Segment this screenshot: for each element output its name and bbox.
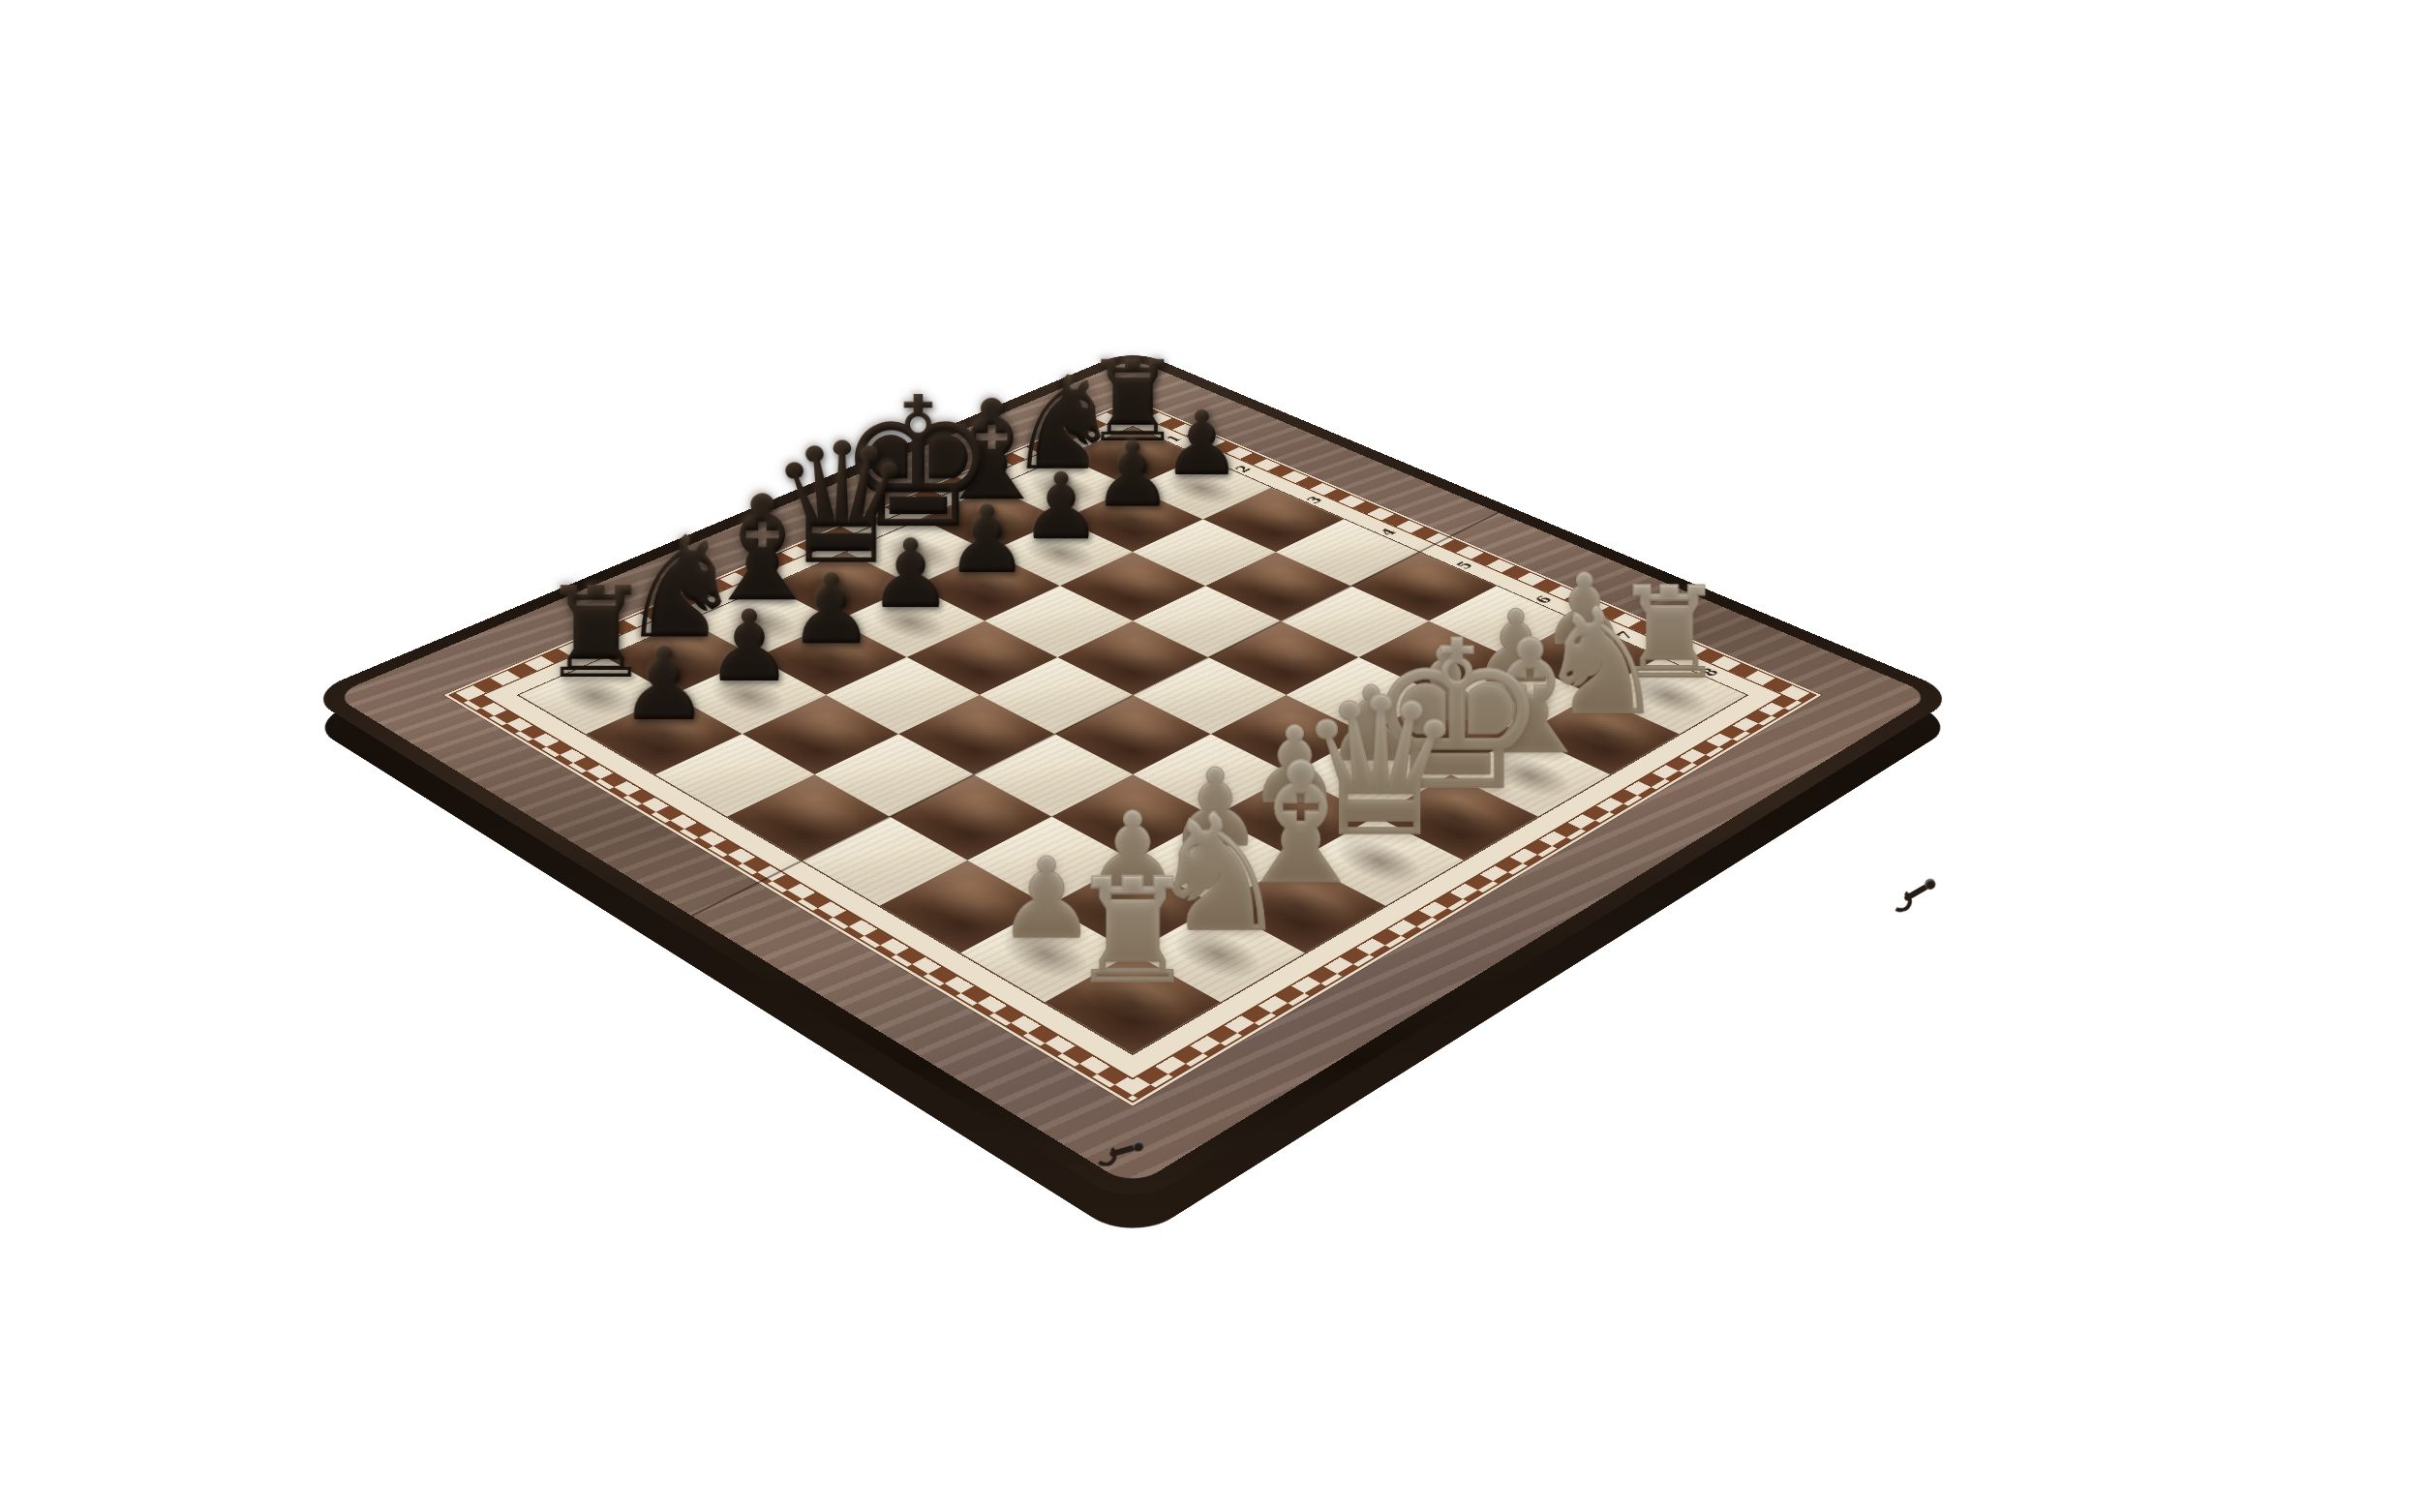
clasp-hook-right[interactable] bbox=[1886, 872, 1941, 917]
chess-board: 12345678 ♜♟♟♜♞♟♟♞♝♟♟♝♚♟♟♚♛♟♟♛♝♟♟♝♞♟♟♞♜♟♟… bbox=[306, 349, 1959, 1209]
photo-canvas: 12345678 ♜♟♟♜♞♟♟♞♝♟♟♝♚♟♟♚♛♟♟♛♝♟♟♝♞♟♟♞♜♟♟… bbox=[0, 0, 2426, 1512]
square-a1[interactable]: ♜ bbox=[1045, 953, 1220, 1053]
border-checker-inlay: 12345678 ♜♟♟♜♞♟♟♞♝♟♟♝♚♟♟♚♛♟♟♛♝♟♟♝♞♟♟♞♜♟♟… bbox=[448, 401, 1817, 1104]
board-frame: 12345678 ♜♟♟♜♞♟♟♞♝♟♟♝♚♟♟♚♛♟♟♛♝♟♟♝♞♟♟♞♜♟♟… bbox=[333, 358, 1932, 1187]
piece-black-pawn-a7[interactable]: ♟ bbox=[554, 501, 774, 734]
border-inner-strip: 12345678 ♜♟♟♜♞♟♟♞♝♟♟♝♚♟♟♚♛♟♟♛♝♟♟♝♞♟♟♞♜♟♟… bbox=[481, 412, 1784, 1079]
clasp-hook-icon bbox=[1094, 1144, 1116, 1166]
squares-grid: ♜♟♟♜♞♟♟♞♝♟♟♝♚♟♟♚♛♟♟♛♝♟♟♝♞♟♟♞♜♟♟♜ bbox=[519, 427, 1745, 1053]
piece-white-rook-a1[interactable]: ♜ bbox=[1009, 741, 1257, 1002]
